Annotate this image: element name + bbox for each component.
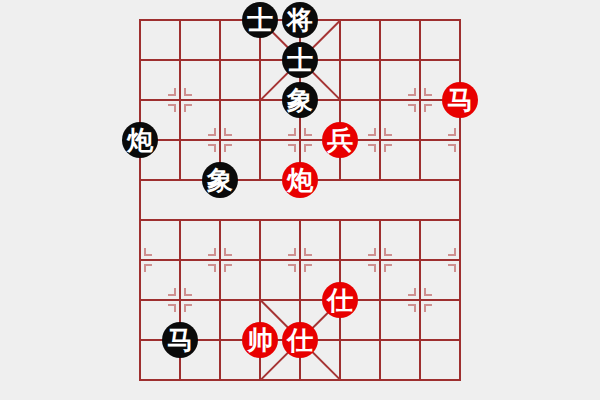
point-mark (208, 144, 216, 152)
point-mark (368, 264, 376, 272)
point-mark (144, 264, 152, 272)
piece-red-cannon[interactable]: 炮 (282, 162, 318, 198)
point-mark (304, 248, 312, 256)
point-mark (448, 144, 456, 152)
point-mark (224, 144, 232, 152)
point-mark (168, 304, 176, 312)
point-mark (384, 264, 392, 272)
piece-red-horse[interactable]: 马 (442, 82, 478, 118)
point-mark (168, 88, 176, 96)
point-mark (168, 104, 176, 112)
point-mark (304, 264, 312, 272)
point-mark (424, 88, 432, 96)
point-mark (424, 304, 432, 312)
point-mark (408, 288, 416, 296)
point-mark (424, 288, 432, 296)
point-mark (448, 264, 456, 272)
point-mark (384, 144, 392, 152)
point-mark (384, 128, 392, 136)
point-mark (208, 264, 216, 272)
point-mark (288, 264, 296, 272)
point-mark (368, 128, 376, 136)
point-mark (184, 104, 192, 112)
point-mark (224, 248, 232, 256)
piece-black-cannon[interactable]: 炮 (122, 122, 158, 158)
point-mark (368, 248, 376, 256)
app-screen: 士将士象炮象马马兵炮仕帅仕 (0, 0, 600, 400)
grid-line (379, 19, 381, 181)
piece-black-general[interactable]: 将 (282, 2, 318, 38)
grid-line (139, 19, 141, 381)
piece-black-advisor[interactable]: 士 (282, 42, 318, 78)
piece-black-horse[interactable]: 马 (162, 322, 198, 358)
point-mark (304, 128, 312, 136)
point-mark (448, 128, 456, 136)
point-mark (288, 128, 296, 136)
grid-line (379, 219, 381, 381)
piece-black-elephant[interactable]: 象 (282, 82, 318, 118)
point-mark (224, 128, 232, 136)
piece-black-elephant[interactable]: 象 (202, 162, 238, 198)
point-mark (184, 288, 192, 296)
point-mark (184, 304, 192, 312)
piece-black-advisor[interactable]: 士 (242, 2, 278, 38)
point-mark (384, 248, 392, 256)
piece-red-advisor[interactable]: 仕 (322, 282, 358, 318)
grid-line (419, 219, 421, 381)
point-mark (304, 144, 312, 152)
point-mark (424, 104, 432, 112)
point-mark (224, 264, 232, 272)
piece-red-soldier[interactable]: 兵 (322, 122, 358, 158)
xiangqi-board: 士将士象炮象马马兵炮仕帅仕 (0, 0, 600, 400)
grid-line (219, 219, 221, 381)
grid-line (459, 19, 461, 381)
point-mark (408, 88, 416, 96)
point-mark (184, 88, 192, 96)
point-mark (408, 104, 416, 112)
point-mark (288, 248, 296, 256)
point-mark (208, 128, 216, 136)
point-mark (448, 248, 456, 256)
point-mark (368, 144, 376, 152)
point-mark (208, 248, 216, 256)
grid-line (419, 19, 421, 181)
piece-red-advisor[interactable]: 仕 (282, 322, 318, 358)
piece-red-general[interactable]: 帅 (242, 322, 278, 358)
point-mark (144, 248, 152, 256)
point-mark (168, 288, 176, 296)
point-mark (288, 144, 296, 152)
grid-line (179, 19, 181, 181)
point-mark (408, 304, 416, 312)
grid-line (219, 19, 221, 181)
